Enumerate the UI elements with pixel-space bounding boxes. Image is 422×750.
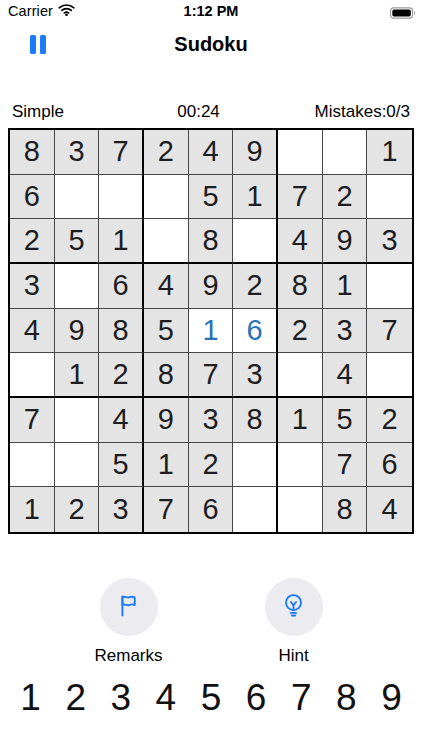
cell-r4c4[interactable]: 4 <box>144 264 189 309</box>
cell-r3c6[interactable] <box>233 219 278 264</box>
cell-r4c1[interactable]: 3 <box>10 264 55 309</box>
cell-r1c1[interactable]: 8 <box>10 130 55 175</box>
remarks-button[interactable]: Remarks <box>89 578 169 666</box>
cell-r2c1[interactable]: 6 <box>10 175 55 220</box>
cell-r8c6[interactable] <box>233 443 278 488</box>
cell-r1c5[interactable]: 4 <box>189 130 234 175</box>
cell-r7c9[interactable]: 2 <box>367 398 412 443</box>
cell-r6c7[interactable] <box>278 353 323 398</box>
cell-r5c3[interactable]: 8 <box>99 309 144 354</box>
hint-button[interactable]: Hint <box>254 578 334 666</box>
cell-r4c8[interactable]: 1 <box>323 264 368 309</box>
cell-r2c6[interactable]: 1 <box>233 175 278 220</box>
cell-r7c1[interactable]: 7 <box>10 398 55 443</box>
status-bar: Carrier 1:12 PM <box>0 0 422 22</box>
cell-r9c4[interactable]: 7 <box>144 487 189 532</box>
cell-r2c5[interactable]: 5 <box>189 175 234 220</box>
cell-r3c1[interactable]: 2 <box>10 219 55 264</box>
cell-r1c4[interactable]: 2 <box>144 130 189 175</box>
cell-r3c5[interactable]: 8 <box>189 219 234 264</box>
numpad-7[interactable]: 7 <box>279 678 324 718</box>
remarks-label: Remarks <box>94 646 162 666</box>
cell-r8c5[interactable]: 2 <box>189 443 234 488</box>
cell-r7c6[interactable]: 8 <box>233 398 278 443</box>
status-time: 1:12 PM <box>0 3 422 19</box>
cell-r9c1[interactable]: 1 <box>10 487 55 532</box>
action-buttons: Remarks Hint <box>0 578 422 666</box>
numpad-3[interactable]: 3 <box>98 678 143 718</box>
cell-r1c8[interactable] <box>323 130 368 175</box>
cell-r2c8[interactable]: 2 <box>323 175 368 220</box>
cell-r6c9[interactable] <box>367 353 412 398</box>
cell-r3c7[interactable]: 4 <box>278 219 323 264</box>
cell-r6c3[interactable]: 2 <box>99 353 144 398</box>
cell-r9c2[interactable]: 2 <box>55 487 100 532</box>
cell-r8c1[interactable] <box>10 443 55 488</box>
numpad-8[interactable]: 8 <box>324 678 369 718</box>
numpad-5[interactable]: 5 <box>188 678 233 718</box>
timer: 00:24 <box>136 102 260 122</box>
cell-r9c8[interactable]: 8 <box>323 487 368 532</box>
cell-r7c4[interactable]: 9 <box>144 398 189 443</box>
battery-icon <box>390 5 416 23</box>
cell-r6c6[interactable]: 3 <box>233 353 278 398</box>
game-info-row: Simple 00:24 Mistakes:0/3 <box>12 102 410 122</box>
cell-r1c7[interactable] <box>278 130 323 175</box>
cell-r2c7[interactable]: 7 <box>278 175 323 220</box>
cell-r5c2[interactable]: 9 <box>55 309 100 354</box>
cell-r4c2[interactable] <box>55 264 100 309</box>
cell-r3c8[interactable]: 9 <box>323 219 368 264</box>
cell-r1c2[interactable]: 3 <box>55 130 100 175</box>
cell-r8c8[interactable]: 7 <box>323 443 368 488</box>
numpad-6[interactable]: 6 <box>234 678 279 718</box>
flag-icon <box>115 592 142 623</box>
page-title: Sudoku <box>0 33 422 56</box>
cell-r5c7[interactable]: 2 <box>278 309 323 354</box>
cell-r8c7[interactable] <box>278 443 323 488</box>
cell-r5c5[interactable]: 1 <box>189 309 234 354</box>
cell-r6c8[interactable]: 4 <box>323 353 368 398</box>
cell-r9c9[interactable]: 4 <box>367 487 412 532</box>
hint-label: Hint <box>278 646 308 666</box>
cell-r7c3[interactable]: 4 <box>99 398 144 443</box>
sudoku-board: 8372491651722518493364928149851623712873… <box>8 128 414 534</box>
cell-r5c8[interactable]: 3 <box>323 309 368 354</box>
cell-r8c3[interactable]: 5 <box>99 443 144 488</box>
numpad-9[interactable]: 9 <box>369 678 414 718</box>
cell-r2c2[interactable] <box>55 175 100 220</box>
cell-r4c9[interactable] <box>367 264 412 309</box>
cell-r8c2[interactable] <box>55 443 100 488</box>
cell-r9c3[interactable]: 3 <box>99 487 144 532</box>
cell-r6c5[interactable]: 7 <box>189 353 234 398</box>
cell-r7c2[interactable] <box>55 398 100 443</box>
cell-r9c6[interactable] <box>233 487 278 532</box>
cell-r5c4[interactable]: 5 <box>144 309 189 354</box>
cell-r5c9[interactable]: 7 <box>367 309 412 354</box>
cell-r4c7[interactable]: 8 <box>278 264 323 309</box>
number-pad: 123456789 <box>8 678 414 718</box>
cell-r9c7[interactable] <box>278 487 323 532</box>
cell-r7c5[interactable]: 3 <box>189 398 234 443</box>
cell-r6c2[interactable]: 1 <box>55 353 100 398</box>
cell-r9c5[interactable]: 6 <box>189 487 234 532</box>
cell-r4c5[interactable]: 9 <box>189 264 234 309</box>
cell-r7c7[interactable]: 1 <box>278 398 323 443</box>
cell-r1c6[interactable]: 9 <box>233 130 278 175</box>
cell-r3c2[interactable]: 5 <box>55 219 100 264</box>
cell-r4c6[interactable]: 2 <box>233 264 278 309</box>
cell-r7c8[interactable]: 5 <box>323 398 368 443</box>
cell-r1c3[interactable]: 7 <box>99 130 144 175</box>
numpad-4[interactable]: 4 <box>143 678 188 718</box>
numpad-2[interactable]: 2 <box>53 678 98 718</box>
numpad-1[interactable]: 1 <box>8 678 53 718</box>
cell-r2c9[interactable] <box>367 175 412 220</box>
cell-r8c4[interactable]: 1 <box>144 443 189 488</box>
cell-r1c9[interactable]: 1 <box>367 130 412 175</box>
mistakes-counter: Mistakes:0/3 <box>261 102 410 122</box>
cell-r2c4[interactable] <box>144 175 189 220</box>
cell-r5c1[interactable]: 4 <box>10 309 55 354</box>
cell-r3c3[interactable]: 1 <box>99 219 144 264</box>
sudoku-app: Carrier 1:12 PM Sudoku Simpl <box>0 0 422 750</box>
cell-r2c3[interactable] <box>99 175 144 220</box>
cell-r4c3[interactable]: 6 <box>99 264 144 309</box>
cell-r3c9[interactable]: 3 <box>367 219 412 264</box>
lightbulb-icon <box>280 592 307 623</box>
cell-r3c4[interactable] <box>144 219 189 264</box>
cell-r6c4[interactable]: 8 <box>144 353 189 398</box>
difficulty-label: Simple <box>12 102 136 122</box>
cell-r5c6[interactable]: 6 <box>233 309 278 354</box>
cell-r8c9[interactable]: 6 <box>367 443 412 488</box>
cell-r6c1[interactable] <box>10 353 55 398</box>
